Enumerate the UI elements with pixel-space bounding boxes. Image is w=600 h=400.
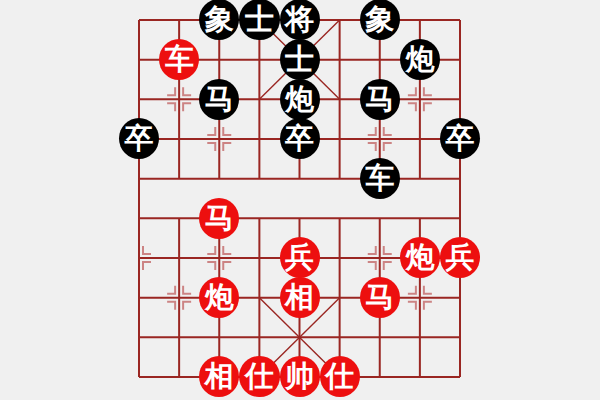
- board-intersection-a7[interactable]: 卒: [119, 119, 159, 159]
- board-intersection-h7[interactable]: [400, 119, 440, 159]
- board-intersection-i7[interactable]: 卒: [440, 119, 480, 159]
- black-elephant[interactable]: 象: [360, 0, 400, 40]
- red-soldier[interactable]: 兵: [440, 237, 480, 278]
- board-intersection-c1[interactable]: 相: [199, 357, 239, 397]
- red-elephant[interactable]: 相: [199, 356, 239, 397]
- board-intersection-g2[interactable]: [360, 317, 400, 357]
- board-intersection-g7[interactable]: [360, 119, 400, 159]
- board-intersection-b3[interactable]: [159, 278, 199, 318]
- board-intersection-h9[interactable]: 炮: [400, 40, 440, 80]
- board-intersection-e4[interactable]: 兵: [280, 238, 320, 278]
- xiangqi-board: 象士将象车士炮马炮马卒卒卒车马兵炮兵炮相马相仕帅仕: [119, 0, 480, 397]
- board-intersection-f5[interactable]: [320, 198, 360, 238]
- red-horse[interactable]: 马: [360, 277, 400, 318]
- black-soldier[interactable]: 卒: [280, 118, 320, 159]
- board-intersection-b5[interactable]: [159, 198, 199, 238]
- board-intersection-d7[interactable]: [239, 119, 279, 159]
- board-intersection-b10[interactable]: [159, 0, 199, 40]
- board-intersection-c7[interactable]: [199, 119, 239, 159]
- board-intersection-b9[interactable]: 车: [159, 40, 199, 80]
- board-intersection-d10[interactable]: 士: [239, 0, 279, 40]
- black-cannon[interactable]: 炮: [400, 39, 440, 80]
- board-intersection-g5[interactable]: [360, 198, 400, 238]
- board-intersection-h5[interactable]: [400, 198, 440, 238]
- board-intersection-i5[interactable]: [440, 198, 480, 238]
- black-advisor[interactable]: 士: [239, 0, 279, 40]
- board-intersection-a3[interactable]: [119, 278, 159, 318]
- black-elephant[interactable]: 象: [199, 0, 239, 40]
- board-intersection-h2[interactable]: [400, 317, 440, 357]
- board-intersection-e9[interactable]: 士: [280, 40, 320, 80]
- board-intersection-f4[interactable]: [320, 238, 360, 278]
- board-intersection-h8[interactable]: [400, 79, 440, 119]
- board-intersection-i3[interactable]: [440, 278, 480, 318]
- board-intersection-i8[interactable]: [440, 79, 480, 119]
- board-intersection-d9[interactable]: [239, 40, 279, 80]
- red-horse[interactable]: 马: [199, 198, 239, 239]
- board-intersection-f1[interactable]: 仕: [320, 357, 360, 397]
- board-intersection-f7[interactable]: [320, 119, 360, 159]
- board-intersection-e1[interactable]: 帅: [280, 357, 320, 397]
- board-intersection-g6[interactable]: 车: [360, 159, 400, 199]
- board-intersection-d2[interactable]: [239, 317, 279, 357]
- board-intersection-i2[interactable]: [440, 317, 480, 357]
- board-intersection-f3[interactable]: [320, 278, 360, 318]
- board-intersection-g3[interactable]: 马: [360, 278, 400, 318]
- board-intersection-a1[interactable]: [119, 357, 159, 397]
- board-intersection-c6[interactable]: [199, 159, 239, 199]
- black-soldier[interactable]: 卒: [440, 118, 480, 159]
- board-intersection-e5[interactable]: [280, 198, 320, 238]
- red-cannon[interactable]: 炮: [199, 277, 239, 318]
- board-intersection-c4[interactable]: [199, 238, 239, 278]
- board-intersection-b4[interactable]: [159, 238, 199, 278]
- board-intersection-a5[interactable]: [119, 198, 159, 238]
- board-intersection-b7[interactable]: [159, 119, 199, 159]
- board-intersection-b2[interactable]: [159, 317, 199, 357]
- board-intersection-b6[interactable]: [159, 159, 199, 199]
- board-intersection-a8[interactable]: [119, 79, 159, 119]
- red-elephant[interactable]: 相: [280, 277, 320, 318]
- board-intersection-c2[interactable]: [199, 317, 239, 357]
- board-intersection-d4[interactable]: [239, 238, 279, 278]
- board-intersection-g8[interactable]: 马: [360, 79, 400, 119]
- board-intersection-f8[interactable]: [320, 79, 360, 119]
- black-advisor[interactable]: 士: [280, 39, 320, 80]
- board-intersection-c3[interactable]: 炮: [199, 278, 239, 318]
- board-intersection-d1[interactable]: 仕: [239, 357, 279, 397]
- board-intersection-f6[interactable]: [320, 159, 360, 199]
- board-intersection-h1[interactable]: [400, 357, 440, 397]
- board-intersection-d5[interactable]: [239, 198, 279, 238]
- board-intersection-c5[interactable]: 马: [199, 198, 239, 238]
- board-intersection-f10[interactable]: [320, 0, 360, 40]
- board-intersection-g1[interactable]: [360, 357, 400, 397]
- board-intersection-e7[interactable]: 卒: [280, 119, 320, 159]
- board-intersection-f2[interactable]: [320, 317, 360, 357]
- board-intersection-h6[interactable]: [400, 159, 440, 199]
- black-cannon[interactable]: 炮: [280, 79, 320, 120]
- board-intersection-c10[interactable]: 象: [199, 0, 239, 40]
- red-cannon[interactable]: 炮: [400, 237, 440, 278]
- board-intersection-h10[interactable]: [400, 0, 440, 40]
- black-horse[interactable]: 马: [199, 79, 239, 120]
- red-chariot[interactable]: 车: [159, 39, 199, 80]
- board-intersection-g4[interactable]: [360, 238, 400, 278]
- black-general[interactable]: 将: [280, 0, 320, 40]
- black-horse[interactable]: 马: [360, 79, 400, 120]
- board-intersection-a10[interactable]: [119, 0, 159, 40]
- board-intersection-e3[interactable]: 相: [280, 278, 320, 318]
- red-advisor[interactable]: 仕: [320, 356, 360, 397]
- board-intersection-h3[interactable]: [400, 278, 440, 318]
- board-intersection-f9[interactable]: [320, 40, 360, 80]
- board-intersection-g10[interactable]: 象: [360, 0, 400, 40]
- black-chariot[interactable]: 车: [360, 158, 400, 199]
- board-intersection-a4[interactable]: [119, 238, 159, 278]
- xiangqi-app-screen: 象士将象车士炮马炮马卒卒卒车马兵炮兵炮相马相仕帅仕: [0, 0, 600, 400]
- board-intersection-b1[interactable]: [159, 357, 199, 397]
- board-intersection-a2[interactable]: [119, 317, 159, 357]
- board-intersection-h4[interactable]: 炮: [400, 238, 440, 278]
- board-intersection-i10[interactable]: [440, 0, 480, 40]
- board-intersection-i1[interactable]: [440, 357, 480, 397]
- board-intersection-g9[interactable]: [360, 40, 400, 80]
- board-intersection-d8[interactable]: [239, 79, 279, 119]
- board-intersection-e2[interactable]: [280, 317, 320, 357]
- board-intersection-e10[interactable]: 将: [280, 0, 320, 40]
- board-intersection-d6[interactable]: [239, 159, 279, 199]
- board-intersection-a6[interactable]: [119, 159, 159, 199]
- board-intersection-e8[interactable]: 炮: [280, 79, 320, 119]
- red-soldier[interactable]: 兵: [280, 237, 320, 278]
- board-intersection-c9[interactable]: [199, 40, 239, 80]
- red-general[interactable]: 帅: [280, 356, 320, 397]
- board-intersection-a9[interactable]: [119, 40, 159, 80]
- board-intersection-b8[interactable]: [159, 79, 199, 119]
- black-soldier[interactable]: 卒: [119, 118, 159, 159]
- board-intersection-d3[interactable]: [239, 278, 279, 318]
- board-intersection-c8[interactable]: 马: [199, 79, 239, 119]
- red-advisor[interactable]: 仕: [239, 356, 279, 397]
- board-intersection-e6[interactable]: [280, 159, 320, 199]
- board-intersection-i9[interactable]: [440, 40, 480, 80]
- board-intersection-i6[interactable]: [440, 159, 480, 199]
- board-intersection-i4[interactable]: 兵: [440, 238, 480, 278]
